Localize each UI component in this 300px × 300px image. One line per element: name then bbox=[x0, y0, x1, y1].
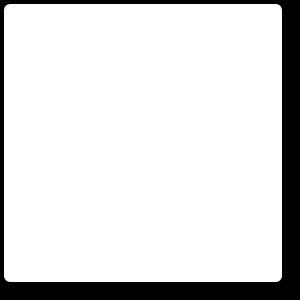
chess-board bbox=[1, 1, 285, 285]
page-background bbox=[0, 0, 300, 300]
file-labels bbox=[4, 284, 282, 300]
